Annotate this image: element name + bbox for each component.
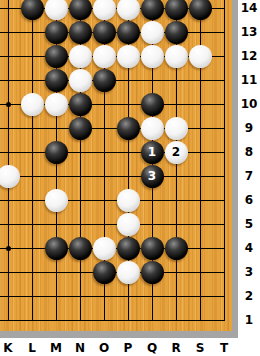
- stone-black-M12[interactable]: [45, 45, 68, 68]
- stone-white-P6[interactable]: [117, 189, 140, 212]
- coord-row-8: 8: [239, 144, 259, 160]
- coord-column-M: M: [44, 340, 68, 356]
- coord-column-R: R: [164, 340, 188, 356]
- coord-column-L: L: [20, 340, 44, 356]
- stone-white-O4[interactable]: [93, 237, 116, 260]
- stone-white-M10[interactable]: [45, 93, 68, 116]
- coord-row-14: 14: [239, 0, 259, 16]
- stone-black-P9[interactable]: [117, 117, 140, 140]
- coord-row-7: 7: [239, 168, 259, 184]
- stone-black-Q4[interactable]: [141, 237, 164, 260]
- stone-white-R8[interactable]: 2: [165, 141, 188, 164]
- coord-column-O: O: [92, 340, 116, 356]
- grid-line-row-6: [0, 200, 225, 201]
- star-point-K10: [6, 102, 11, 107]
- grid-line-row-5: [0, 224, 225, 225]
- stone-black-Q3[interactable]: [141, 261, 164, 284]
- coord-column-N: N: [68, 340, 92, 356]
- stone-white-L10[interactable]: [21, 93, 44, 116]
- coord-row-3: 3: [239, 264, 259, 280]
- stone-white-O14[interactable]: [93, 0, 116, 20]
- stone-white-P12[interactable]: [117, 45, 140, 68]
- coord-row-11: 11: [239, 72, 259, 88]
- stone-white-S12[interactable]: [189, 45, 212, 68]
- grid-line-row-7: [0, 176, 225, 177]
- stone-black-R4[interactable]: [165, 237, 188, 260]
- stone-white-M6[interactable]: [45, 189, 68, 212]
- stone-white-M14[interactable]: [45, 0, 68, 20]
- stone-black-N13[interactable]: [69, 21, 92, 44]
- stone-black-M11[interactable]: [45, 69, 68, 92]
- stone-white-R9[interactable]: [165, 117, 188, 140]
- grid-line-row-2: [0, 296, 225, 297]
- stone-black-N4[interactable]: [69, 237, 92, 260]
- stone-black-N9[interactable]: [69, 117, 92, 140]
- stone-black-N14[interactable]: [69, 0, 92, 20]
- star-point-K4: [6, 246, 11, 251]
- stone-black-M13[interactable]: [45, 21, 68, 44]
- go-diagram-window: 123 KLMNOPQRST 1413121110987654321: [0, 0, 260, 356]
- stone-black-S14[interactable]: [189, 0, 212, 20]
- stone-black-R14[interactable]: [165, 0, 188, 20]
- coord-row-2: 2: [239, 288, 259, 304]
- coord-row-4: 4: [239, 240, 259, 256]
- coord-column-Q: Q: [140, 340, 164, 356]
- stone-white-Q13[interactable]: [141, 21, 164, 44]
- stone-black-M8[interactable]: [45, 141, 68, 164]
- stone-white-O12[interactable]: [93, 45, 116, 68]
- board-border-bottom: [0, 331, 238, 338]
- coord-row-5: 5: [239, 216, 259, 232]
- stone-white-P14[interactable]: [117, 0, 140, 20]
- stone-white-Q9[interactable]: [141, 117, 164, 140]
- grid-line-row-9: [0, 128, 225, 129]
- stone-black-O3[interactable]: [93, 261, 116, 284]
- stone-white-R12[interactable]: [165, 45, 188, 68]
- coord-column-K: K: [0, 340, 20, 356]
- stone-black-N10[interactable]: [69, 93, 92, 116]
- stone-black-L14[interactable]: [21, 0, 44, 20]
- stone-black-O11[interactable]: [93, 69, 116, 92]
- coord-row-9: 9: [239, 120, 259, 136]
- stone-black-P4[interactable]: [117, 237, 140, 260]
- stone-black-O13[interactable]: [93, 21, 116, 44]
- stone-white-N12[interactable]: [69, 45, 92, 68]
- stone-black-Q14[interactable]: [141, 0, 164, 20]
- stone-white-P3[interactable]: [117, 261, 140, 284]
- stone-black-Q8[interactable]: 1: [141, 141, 164, 164]
- stone-white-P5[interactable]: [117, 213, 140, 236]
- grid-line-row-8: [0, 152, 225, 153]
- stone-white-K7[interactable]: [0, 165, 20, 188]
- stone-white-Q12[interactable]: [141, 45, 164, 68]
- coord-column-S: S: [188, 340, 212, 356]
- stone-black-P13[interactable]: [117, 21, 140, 44]
- grid-line-row-1: [0, 320, 225, 321]
- coord-column-T: T: [212, 340, 236, 356]
- stone-black-R13[interactable]: [165, 21, 188, 44]
- coord-column-P: P: [116, 340, 140, 356]
- stone-black-M4[interactable]: [45, 237, 68, 260]
- coord-row-10: 10: [239, 96, 259, 112]
- stone-black-Q10[interactable]: [141, 93, 164, 116]
- coord-row-1: 1: [239, 312, 259, 328]
- coord-row-12: 12: [239, 48, 259, 64]
- board-border-right: [232, 0, 238, 338]
- stone-black-Q7[interactable]: 3: [141, 165, 164, 188]
- coord-row-6: 6: [239, 192, 259, 208]
- stone-white-N11[interactable]: [69, 69, 92, 92]
- coord-row-13: 13: [239, 24, 259, 40]
- go-board[interactable]: 123: [0, 0, 232, 331]
